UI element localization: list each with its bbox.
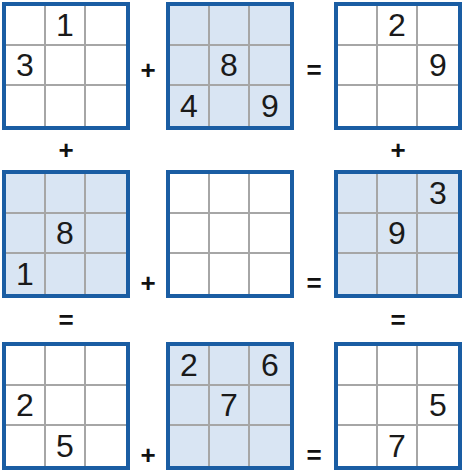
cell[interactable] bbox=[250, 6, 290, 46]
cell[interactable]: 9 bbox=[250, 86, 290, 126]
box-4: 8 1 bbox=[2, 170, 130, 298]
cell[interactable] bbox=[338, 214, 378, 254]
cell[interactable]: 2 bbox=[170, 346, 210, 386]
cell[interactable] bbox=[86, 46, 126, 86]
cell[interactable] bbox=[338, 86, 378, 126]
plus-operator: + bbox=[2, 130, 130, 170]
cell[interactable] bbox=[250, 46, 290, 86]
cell[interactable] bbox=[210, 86, 250, 126]
cell[interactable] bbox=[6, 86, 46, 126]
equals-operator: = bbox=[294, 170, 334, 298]
cell[interactable]: 3 bbox=[6, 46, 46, 86]
cell[interactable] bbox=[338, 254, 378, 294]
cell[interactable] bbox=[46, 174, 86, 214]
cell[interactable]: 1 bbox=[46, 6, 86, 46]
box-1: 1 3 bbox=[2, 2, 130, 130]
plus-operator: + bbox=[334, 130, 462, 170]
cell[interactable] bbox=[250, 386, 290, 426]
cell[interactable]: 5 bbox=[418, 386, 458, 426]
box-9: 5 7 bbox=[334, 342, 462, 470]
cell[interactable]: 9 bbox=[378, 214, 418, 254]
cell[interactable] bbox=[338, 386, 378, 426]
cell[interactable] bbox=[86, 426, 126, 466]
cell[interactable] bbox=[378, 386, 418, 426]
cell[interactable]: 7 bbox=[210, 386, 250, 426]
cell[interactable] bbox=[46, 386, 86, 426]
cell[interactable]: 3 bbox=[418, 174, 458, 214]
equals-operator: = bbox=[334, 298, 462, 342]
box-6: 3 9 bbox=[334, 170, 462, 298]
cell[interactable] bbox=[210, 346, 250, 386]
cell[interactable] bbox=[46, 46, 86, 86]
equals-operator: = bbox=[294, 2, 334, 130]
cell[interactable] bbox=[170, 46, 210, 86]
cell[interactable] bbox=[338, 346, 378, 386]
box-2: 8 4 9 bbox=[166, 2, 294, 130]
cell[interactable] bbox=[378, 254, 418, 294]
cell[interactable] bbox=[250, 426, 290, 466]
cell[interactable] bbox=[210, 214, 250, 254]
cell[interactable] bbox=[6, 174, 46, 214]
cell[interactable] bbox=[378, 174, 418, 214]
cell[interactable]: 4 bbox=[170, 86, 210, 126]
cell[interactable] bbox=[250, 254, 290, 294]
cell[interactable] bbox=[46, 86, 86, 126]
cell[interactable]: 6 bbox=[250, 346, 290, 386]
cell[interactable] bbox=[418, 426, 458, 466]
plus-operator: + bbox=[130, 342, 166, 470]
cell[interactable] bbox=[6, 6, 46, 46]
cell[interactable] bbox=[170, 6, 210, 46]
equals-operator: = bbox=[294, 342, 334, 470]
cell[interactable] bbox=[418, 86, 458, 126]
box-7: 2 5 bbox=[2, 342, 130, 470]
cell[interactable] bbox=[210, 254, 250, 294]
cell[interactable] bbox=[6, 426, 46, 466]
cell[interactable]: 1 bbox=[6, 254, 46, 294]
cell[interactable]: 9 bbox=[418, 46, 458, 86]
plus-operator: + bbox=[130, 170, 166, 298]
cell[interactable] bbox=[338, 6, 378, 46]
cell[interactable]: 2 bbox=[6, 386, 46, 426]
cell[interactable]: 7 bbox=[378, 426, 418, 466]
cell[interactable] bbox=[338, 46, 378, 86]
equals-operator: = bbox=[2, 298, 130, 342]
box-3: 2 9 bbox=[334, 2, 462, 130]
cell[interactable] bbox=[86, 86, 126, 126]
cell[interactable] bbox=[378, 346, 418, 386]
cell[interactable] bbox=[170, 254, 210, 294]
cell[interactable] bbox=[338, 174, 378, 214]
cell[interactable] bbox=[170, 386, 210, 426]
cell[interactable] bbox=[210, 426, 250, 466]
cell[interactable] bbox=[86, 386, 126, 426]
cell[interactable] bbox=[86, 214, 126, 254]
cell[interactable] bbox=[86, 254, 126, 294]
cell[interactable]: 8 bbox=[210, 46, 250, 86]
cell[interactable] bbox=[86, 6, 126, 46]
cell[interactable] bbox=[418, 346, 458, 386]
cell[interactable] bbox=[46, 346, 86, 386]
cell[interactable] bbox=[170, 214, 210, 254]
cell[interactable]: 8 bbox=[46, 214, 86, 254]
puzzle-grid: 1 3 + 8 4 9 = 2 9 + + 8 bbox=[2, 2, 462, 470]
cell[interactable] bbox=[6, 346, 46, 386]
cell[interactable] bbox=[250, 174, 290, 214]
cell[interactable] bbox=[86, 174, 126, 214]
cell[interactable] bbox=[418, 254, 458, 294]
plus-operator: + bbox=[130, 2, 166, 130]
cell[interactable] bbox=[338, 426, 378, 466]
cell[interactable] bbox=[46, 254, 86, 294]
cell[interactable]: 2 bbox=[378, 6, 418, 46]
cell[interactable] bbox=[86, 346, 126, 386]
cell[interactable] bbox=[250, 214, 290, 254]
cell[interactable] bbox=[418, 6, 458, 46]
cell[interactable] bbox=[170, 174, 210, 214]
cell[interactable] bbox=[210, 6, 250, 46]
box-8: 2 6 7 bbox=[166, 342, 294, 470]
cell[interactable] bbox=[170, 426, 210, 466]
box-5 bbox=[166, 170, 294, 298]
cell[interactable]: 5 bbox=[46, 426, 86, 466]
cell[interactable] bbox=[210, 174, 250, 214]
cell[interactable] bbox=[418, 214, 458, 254]
cell[interactable] bbox=[378, 46, 418, 86]
cell[interactable] bbox=[378, 86, 418, 126]
cell[interactable] bbox=[6, 214, 46, 254]
